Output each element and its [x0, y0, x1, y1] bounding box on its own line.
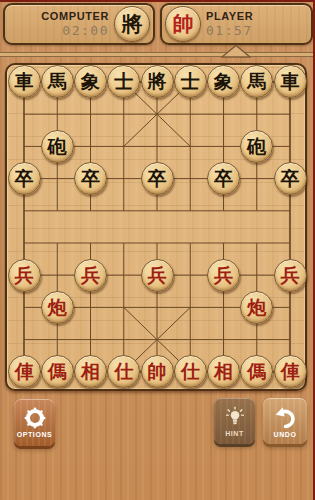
- board-grid: 車馬象士將士象馬車砲砲卒卒卒卒卒兵兵兵兵兵炮炮俥傌相仕帥仕相傌俥: [7, 66, 306, 388]
- board-point-9-2[interactable]: 相: [74, 356, 107, 388]
- player-clock-panel: 帥 PLAYER 01:57: [160, 3, 313, 45]
- piece-black-3-6[interactable]: 卒: [207, 162, 240, 195]
- board-point-7-6[interactable]: [207, 291, 240, 323]
- xiangqi-board: 車馬象士將士象馬車砲砲卒卒卒卒卒兵兵兵兵兵炮炮俥傌相仕帥仕相傌俥: [5, 63, 307, 391]
- board-point-4-5[interactable]: [174, 195, 207, 227]
- board-point-5-6[interactable]: [207, 227, 240, 259]
- board-point-9-7[interactable]: 傌: [240, 356, 273, 388]
- board-point-6-7[interactable]: [240, 259, 273, 291]
- lightbulb-icon: [224, 406, 246, 428]
- options-button-label: OPTIONS: [17, 431, 53, 438]
- piece-red-9-0[interactable]: 俥: [8, 355, 41, 388]
- board-point-8-5[interactable]: [174, 323, 207, 355]
- black-general-icon: 將: [114, 6, 150, 42]
- player-label: PLAYER: [206, 10, 253, 22]
- board-point-2-5[interactable]: [174, 130, 207, 162]
- board-point-6-4[interactable]: 兵: [140, 259, 173, 291]
- board-point-8-4[interactable]: [140, 323, 173, 355]
- board-point-8-8[interactable]: [273, 323, 306, 355]
- piece-black-2-7[interactable]: 砲: [240, 130, 273, 163]
- undo-button[interactable]: UNDO: [263, 398, 307, 444]
- gear-icon: [24, 407, 46, 429]
- board-point-7-8[interactable]: [273, 291, 306, 323]
- board-point-0-3[interactable]: 士: [107, 66, 140, 98]
- piece-black-3-2[interactable]: 卒: [74, 162, 107, 195]
- computer-label: COMPUTER: [41, 10, 109, 22]
- board-point-0-1[interactable]: 馬: [41, 66, 74, 98]
- piece-black-3-8[interactable]: 卒: [274, 162, 307, 195]
- board-point-4-0[interactable]: [7, 195, 40, 227]
- header-divider: [0, 52, 315, 57]
- board-point-0-0[interactable]: 車: [7, 66, 40, 98]
- piece-black-0-5[interactable]: 士: [174, 65, 207, 98]
- board-point-0-2[interactable]: 象: [74, 66, 107, 98]
- board-point-1-5[interactable]: [174, 98, 207, 130]
- options-button[interactable]: OPTIONS: [14, 399, 55, 446]
- board-point-7-1[interactable]: 炮: [41, 291, 74, 323]
- board-point-9-3[interactable]: 仕: [107, 356, 140, 388]
- piece-red-9-2[interactable]: 相: [74, 355, 107, 388]
- piece-red-9-7[interactable]: 傌: [240, 355, 273, 388]
- board-point-0-4[interactable]: 將: [140, 66, 173, 98]
- board-point-4-4[interactable]: [140, 195, 173, 227]
- board-point-6-5[interactable]: [174, 259, 207, 291]
- board-point-1-2[interactable]: [74, 98, 107, 130]
- board-point-3-6[interactable]: 卒: [207, 162, 240, 194]
- board-point-5-0[interactable]: [7, 227, 40, 259]
- board-point-0-6[interactable]: 象: [207, 66, 240, 98]
- undo-arrow-icon: [272, 405, 298, 429]
- board-point-3-1[interactable]: [41, 162, 74, 194]
- piece-black-0-1[interactable]: 馬: [41, 65, 74, 98]
- board-point-9-8[interactable]: 俥: [273, 356, 306, 388]
- board-point-4-2[interactable]: [74, 195, 107, 227]
- board-point-2-8[interactable]: [273, 130, 306, 162]
- board-point-9-1[interactable]: 傌: [41, 356, 74, 388]
- board-point-5-8[interactable]: [273, 227, 306, 259]
- board-point-6-8[interactable]: 兵: [273, 259, 306, 291]
- piece-red-6-4[interactable]: 兵: [141, 259, 174, 292]
- board-point-9-6[interactable]: 相: [207, 356, 240, 388]
- board-point-1-7[interactable]: [240, 98, 273, 130]
- piece-black-3-4[interactable]: 卒: [141, 162, 174, 195]
- board-point-8-2[interactable]: [74, 323, 107, 355]
- board-point-6-6[interactable]: 兵: [207, 259, 240, 291]
- piece-red-9-3[interactable]: 仕: [107, 355, 140, 388]
- board-point-3-5[interactable]: [174, 162, 207, 194]
- piece-red-9-6[interactable]: 相: [207, 355, 240, 388]
- board-point-5-7[interactable]: [240, 227, 273, 259]
- piece-red-6-0[interactable]: 兵: [8, 259, 41, 292]
- board-point-4-8[interactable]: [273, 195, 306, 227]
- player-time: 01:57: [206, 23, 253, 38]
- board-point-7-3[interactable]: [107, 291, 140, 323]
- board-point-5-1[interactable]: [41, 227, 74, 259]
- xiangqi-app: COMPUTER 02:00 將 帥 PLAYER 01:57: [0, 0, 315, 500]
- board-point-0-5[interactable]: 士: [174, 66, 207, 98]
- board-point-8-0[interactable]: [7, 323, 40, 355]
- board-point-3-0[interactable]: 卒: [7, 162, 40, 194]
- board-point-3-2[interactable]: 卒: [74, 162, 107, 194]
- piece-black-0-0[interactable]: 車: [8, 65, 41, 98]
- board-point-7-5[interactable]: [174, 291, 207, 323]
- piece-red-7-1[interactable]: 炮: [41, 291, 74, 324]
- board-point-7-0[interactable]: [7, 291, 40, 323]
- board-point-3-7[interactable]: [240, 162, 273, 194]
- board-point-4-1[interactable]: [41, 195, 74, 227]
- piece-black-0-4[interactable]: 將: [141, 65, 174, 98]
- board-point-2-4[interactable]: [140, 130, 173, 162]
- piece-black-0-6[interactable]: 象: [207, 65, 240, 98]
- board-point-2-7[interactable]: 砲: [240, 130, 273, 162]
- piece-red-9-8[interactable]: 俥: [274, 355, 307, 388]
- board-point-4-6[interactable]: [207, 195, 240, 227]
- computer-time: 02:00: [62, 23, 109, 38]
- board-point-1-8[interactable]: [273, 98, 306, 130]
- board-point-2-2[interactable]: [74, 130, 107, 162]
- piece-red-7-7[interactable]: 炮: [240, 291, 273, 324]
- piece-red-9-5[interactable]: 仕: [174, 355, 207, 388]
- hint-button[interactable]: HINT: [214, 398, 255, 444]
- red-general-icon: 帥: [165, 6, 201, 42]
- board-point-4-7[interactable]: [240, 195, 273, 227]
- board-point-6-2[interactable]: 兵: [74, 259, 107, 291]
- piece-black-0-8[interactable]: 車: [274, 65, 307, 98]
- board-point-9-5[interactable]: 仕: [174, 356, 207, 388]
- board-point-5-5[interactable]: [174, 227, 207, 259]
- undo-button-label: UNDO: [273, 431, 296, 438]
- board-point-1-1[interactable]: [41, 98, 74, 130]
- board-point-1-6[interactable]: [207, 98, 240, 130]
- piece-black-0-3[interactable]: 士: [107, 65, 140, 98]
- board-point-5-2[interactable]: [74, 227, 107, 259]
- board-point-0-7[interactable]: 馬: [240, 66, 273, 98]
- board-point-5-3[interactable]: [107, 227, 140, 259]
- board-point-9-0[interactable]: 俥: [7, 356, 40, 388]
- board-point-6-0[interactable]: 兵: [7, 259, 40, 291]
- board-point-1-0[interactable]: [7, 98, 40, 130]
- board-point-0-8[interactable]: 車: [273, 66, 306, 98]
- board-point-3-8[interactable]: 卒: [273, 162, 306, 194]
- piece-black-2-1[interactable]: 砲: [41, 130, 74, 163]
- piece-red-6-6[interactable]: 兵: [207, 259, 240, 292]
- board-point-8-3[interactable]: [107, 323, 140, 355]
- board-point-2-1[interactable]: 砲: [41, 130, 74, 162]
- board-point-6-1[interactable]: [41, 259, 74, 291]
- board-point-3-4[interactable]: 卒: [140, 162, 173, 194]
- board-point-5-4[interactable]: [140, 227, 173, 259]
- board-point-8-7[interactable]: [240, 323, 273, 355]
- piece-red-9-4[interactable]: 帥: [141, 355, 174, 388]
- piece-black-0-2[interactable]: 象: [74, 65, 107, 98]
- board-point-7-7[interactable]: 炮: [240, 291, 273, 323]
- board-point-2-3[interactable]: [107, 130, 140, 162]
- board-point-6-3[interactable]: [107, 259, 140, 291]
- piece-black-0-7[interactable]: 馬: [240, 65, 273, 98]
- piece-red-6-8[interactable]: 兵: [274, 259, 307, 292]
- board-point-3-3[interactable]: [107, 162, 140, 194]
- board-point-9-4[interactable]: 帥: [140, 356, 173, 388]
- piece-red-6-2[interactable]: 兵: [74, 259, 107, 292]
- board-point-1-3[interactable]: [107, 98, 140, 130]
- board-point-7-2[interactable]: [74, 291, 107, 323]
- computer-clock-panel: COMPUTER 02:00 將: [3, 3, 155, 45]
- piece-black-3-0[interactable]: 卒: [8, 162, 41, 195]
- board-point-2-6[interactable]: [207, 130, 240, 162]
- hint-button-label: HINT: [225, 430, 244, 437]
- piece-red-9-1[interactable]: 傌: [41, 355, 74, 388]
- board-point-4-3[interactable]: [107, 195, 140, 227]
- board-point-1-4[interactable]: [140, 98, 173, 130]
- board-point-8-6[interactable]: [207, 323, 240, 355]
- turn-indicator-triangle-icon: [221, 44, 251, 58]
- board-point-2-0[interactable]: [7, 130, 40, 162]
- board-point-7-4[interactable]: [140, 291, 173, 323]
- board-point-8-1[interactable]: [41, 323, 74, 355]
